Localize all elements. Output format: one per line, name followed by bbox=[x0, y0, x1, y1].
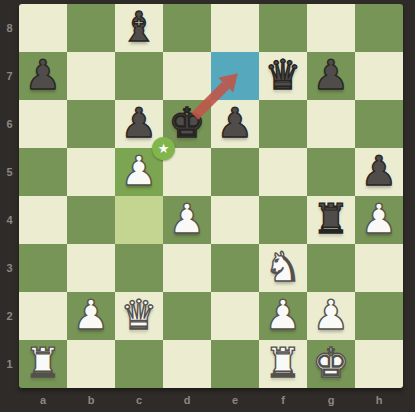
square-d1[interactable] bbox=[163, 340, 211, 388]
file-label-f: f bbox=[259, 388, 307, 412]
black-pawn-a7[interactable]: ♟ bbox=[19, 52, 67, 100]
square-f5[interactable] bbox=[259, 148, 307, 196]
file-label-b: b bbox=[67, 388, 115, 412]
square-a8[interactable] bbox=[19, 4, 67, 52]
chess-diagram: 87654321 abcdefgh ♝♟♛♟♟♚♟♟♟♟♜♟♞♟♛♟♟♜♜♚ ★ bbox=[0, 0, 415, 412]
square-h1[interactable] bbox=[355, 340, 403, 388]
square-g1[interactable]: ♚ bbox=[307, 340, 355, 388]
white-rook-f1[interactable]: ♜ bbox=[259, 340, 307, 388]
square-a3[interactable] bbox=[19, 244, 67, 292]
black-pawn-c6[interactable]: ♟ bbox=[115, 100, 163, 148]
square-f4[interactable] bbox=[259, 196, 307, 244]
square-h6[interactable] bbox=[355, 100, 403, 148]
square-a1[interactable]: ♜ bbox=[19, 340, 67, 388]
square-c7[interactable] bbox=[115, 52, 163, 100]
black-pawn-e6[interactable]: ♟ bbox=[211, 100, 259, 148]
square-g7[interactable]: ♟ bbox=[307, 52, 355, 100]
square-d4[interactable]: ♟ bbox=[163, 196, 211, 244]
square-g4[interactable]: ♜ bbox=[307, 196, 355, 244]
file-label-d: d bbox=[163, 388, 211, 412]
square-f3[interactable]: ♞ bbox=[259, 244, 307, 292]
black-pawn-h5[interactable]: ♟ bbox=[355, 148, 403, 196]
rank-label-7: 7 bbox=[0, 52, 19, 100]
file-labels: abcdefgh bbox=[19, 388, 403, 412]
square-h2[interactable] bbox=[355, 292, 403, 340]
square-g2[interactable]: ♟ bbox=[307, 292, 355, 340]
square-c1[interactable] bbox=[115, 340, 163, 388]
square-c2[interactable]: ♛ bbox=[115, 292, 163, 340]
white-knight-f3[interactable]: ♞ bbox=[259, 244, 307, 292]
square-g6[interactable] bbox=[307, 100, 355, 148]
file-label-e: e bbox=[211, 388, 259, 412]
square-e2[interactable] bbox=[211, 292, 259, 340]
rank-labels: 87654321 bbox=[0, 4, 19, 388]
white-pawn-g2[interactable]: ♟ bbox=[307, 292, 355, 340]
square-b1[interactable] bbox=[67, 340, 115, 388]
square-h3[interactable] bbox=[355, 244, 403, 292]
black-queen-f7[interactable]: ♛ bbox=[259, 52, 307, 100]
black-king-d6[interactable]: ♚ bbox=[163, 100, 211, 148]
white-pawn-d4[interactable]: ♟ bbox=[163, 196, 211, 244]
file-label-c: c bbox=[115, 388, 163, 412]
square-e1[interactable] bbox=[211, 340, 259, 388]
file-label-g: g bbox=[307, 388, 355, 412]
white-rook-a1[interactable]: ♜ bbox=[19, 340, 67, 388]
square-d3[interactable] bbox=[163, 244, 211, 292]
rank-label-6: 6 bbox=[0, 100, 19, 148]
square-e8[interactable] bbox=[211, 4, 259, 52]
square-g5[interactable] bbox=[307, 148, 355, 196]
square-f8[interactable] bbox=[259, 4, 307, 52]
square-g3[interactable] bbox=[307, 244, 355, 292]
square-d6[interactable]: ♚ bbox=[163, 100, 211, 148]
rank-label-4: 4 bbox=[0, 196, 19, 244]
file-label-a: a bbox=[19, 388, 67, 412]
square-f2[interactable]: ♟ bbox=[259, 292, 307, 340]
square-c6[interactable]: ♟ bbox=[115, 100, 163, 148]
square-e3[interactable] bbox=[211, 244, 259, 292]
chess-board[interactable]: ♝♟♛♟♟♚♟♟♟♟♜♟♞♟♛♟♟♜♜♚ bbox=[19, 4, 403, 388]
square-c5[interactable]: ♟ bbox=[115, 148, 163, 196]
square-f6[interactable] bbox=[259, 100, 307, 148]
square-g8[interactable] bbox=[307, 4, 355, 52]
square-e6[interactable]: ♟ bbox=[211, 100, 259, 148]
rank-label-1: 1 bbox=[0, 340, 19, 388]
square-b4[interactable] bbox=[67, 196, 115, 244]
rank-label-8: 8 bbox=[0, 4, 19, 52]
white-pawn-h4[interactable]: ♟ bbox=[355, 196, 403, 244]
square-h7[interactable] bbox=[355, 52, 403, 100]
square-b8[interactable] bbox=[67, 4, 115, 52]
square-b5[interactable] bbox=[67, 148, 115, 196]
white-pawn-c5[interactable]: ♟ bbox=[115, 148, 163, 196]
square-h5[interactable]: ♟ bbox=[355, 148, 403, 196]
square-h8[interactable] bbox=[355, 4, 403, 52]
square-d8[interactable] bbox=[163, 4, 211, 52]
white-pawn-b2[interactable]: ♟ bbox=[67, 292, 115, 340]
square-h4[interactable]: ♟ bbox=[355, 196, 403, 244]
file-label-h: h bbox=[355, 388, 403, 412]
square-d5[interactable] bbox=[163, 148, 211, 196]
square-c3[interactable] bbox=[115, 244, 163, 292]
square-e4[interactable] bbox=[211, 196, 259, 244]
rank-label-2: 2 bbox=[0, 292, 19, 340]
black-pawn-g7[interactable]: ♟ bbox=[307, 52, 355, 100]
white-pawn-f2[interactable]: ♟ bbox=[259, 292, 307, 340]
square-c8[interactable]: ♝ bbox=[115, 4, 163, 52]
square-f7[interactable]: ♛ bbox=[259, 52, 307, 100]
square-c4[interactable] bbox=[115, 196, 163, 244]
rank-label-3: 3 bbox=[0, 244, 19, 292]
white-king-g1[interactable]: ♚ bbox=[307, 340, 355, 388]
square-a2[interactable] bbox=[19, 292, 67, 340]
square-d7[interactable] bbox=[163, 52, 211, 100]
square-a5[interactable] bbox=[19, 148, 67, 196]
rank-label-5: 5 bbox=[0, 148, 19, 196]
square-f1[interactable]: ♜ bbox=[259, 340, 307, 388]
square-b3[interactable] bbox=[67, 244, 115, 292]
square-e7[interactable] bbox=[211, 52, 259, 100]
square-b2[interactable]: ♟ bbox=[67, 292, 115, 340]
square-a4[interactable] bbox=[19, 196, 67, 244]
square-b6[interactable] bbox=[67, 100, 115, 148]
square-d2[interactable] bbox=[163, 292, 211, 340]
square-a7[interactable]: ♟ bbox=[19, 52, 67, 100]
black-rook-g4[interactable]: ♜ bbox=[307, 196, 355, 244]
square-e5[interactable] bbox=[211, 148, 259, 196]
square-a6[interactable] bbox=[19, 100, 67, 148]
square-b7[interactable] bbox=[67, 52, 115, 100]
white-queen-c2[interactable]: ♛ bbox=[115, 292, 163, 340]
black-bishop-c8[interactable]: ♝ bbox=[115, 4, 163, 52]
